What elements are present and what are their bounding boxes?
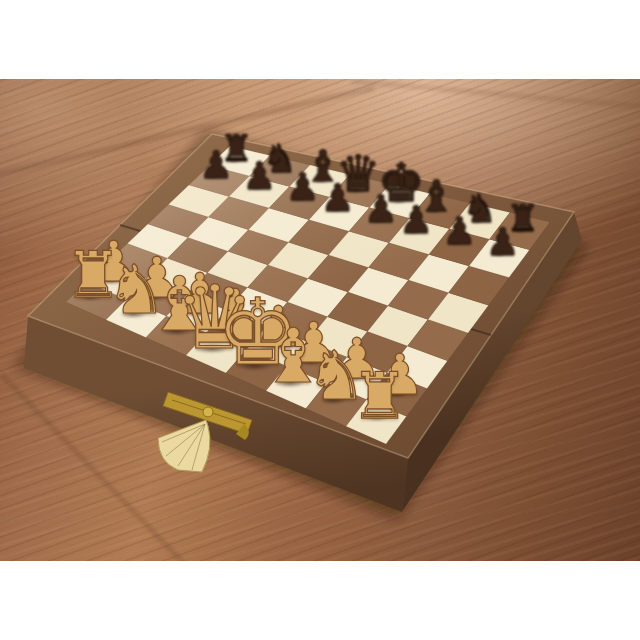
piece-black-pawn-h7[interactable]: ♟ xyxy=(485,223,519,261)
piece-black-pawn-c7[interactable]: ♟ xyxy=(285,167,319,205)
piece-black-pawn-f7[interactable]: ♟ xyxy=(399,201,433,239)
bottom-white-band xyxy=(0,561,640,640)
piece-black-pawn-b7[interactable]: ♟ xyxy=(242,156,276,194)
piece-black-pawn-e7[interactable]: ♟ xyxy=(364,190,398,228)
piece-white-rook-h1[interactable]: ♜ xyxy=(351,363,408,427)
piece-black-pawn-d7[interactable]: ♟ xyxy=(321,178,355,216)
top-white-band xyxy=(0,0,640,79)
piece-black-pawn-a7[interactable]: ♟ xyxy=(199,145,233,183)
pieces-layer: ♜♞♝♛♚♝♞♜♟♟♟♟♟♟♟♟♟♟♟♟♟♟♟♟♜♞♝♛♚♝♞♜ xyxy=(0,0,640,640)
photo-canvas: ♜♞♝♛♚♝♞♜♟♟♟♟♟♟♟♟♟♟♟♟♟♟♟♟♜♞♝♛♚♝♞♜ xyxy=(0,0,640,640)
piece-black-pawn-g7[interactable]: ♟ xyxy=(442,212,476,250)
